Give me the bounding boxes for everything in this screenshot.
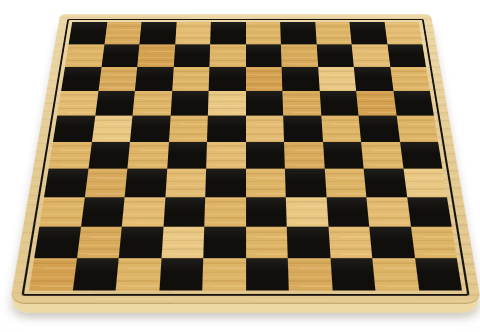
square-r4c3 bbox=[133, 91, 172, 116]
square-r10c4 bbox=[159, 258, 203, 291]
square-r6c6 bbox=[246, 142, 285, 169]
square-r10c1 bbox=[29, 258, 77, 291]
square-r2c5 bbox=[209, 44, 245, 67]
square-r9c1 bbox=[34, 227, 80, 258]
square-r2c1 bbox=[65, 44, 104, 67]
square-r2c2 bbox=[101, 44, 139, 67]
square-r9c2 bbox=[77, 227, 122, 258]
square-r8c6 bbox=[246, 197, 287, 227]
square-r6c7 bbox=[284, 142, 324, 169]
square-r8c7 bbox=[286, 197, 328, 227]
square-r6c1 bbox=[49, 142, 92, 169]
frame-border-line bbox=[21, 19, 469, 296]
square-r7c4 bbox=[165, 169, 206, 197]
square-r1c4 bbox=[175, 22, 211, 44]
square-r5c3 bbox=[130, 116, 170, 142]
square-r9c7 bbox=[287, 227, 330, 258]
square-r1c3 bbox=[139, 22, 176, 44]
square-r3c4 bbox=[172, 67, 210, 91]
square-r9c10 bbox=[410, 227, 456, 258]
square-r2c9 bbox=[352, 44, 390, 67]
square-r4c4 bbox=[170, 91, 208, 116]
square-r10c9 bbox=[372, 258, 418, 291]
square-r7c1 bbox=[44, 169, 88, 197]
square-r2c3 bbox=[137, 44, 175, 67]
square-r5c7 bbox=[283, 116, 322, 142]
square-r1c2 bbox=[104, 22, 141, 44]
square-r7c8 bbox=[324, 169, 366, 197]
square-r10c10 bbox=[414, 258, 462, 291]
square-r1c5 bbox=[210, 22, 245, 44]
square-r9c6 bbox=[246, 227, 288, 258]
square-r5c9 bbox=[358, 116, 399, 142]
square-r5c4 bbox=[169, 116, 208, 142]
square-r9c4 bbox=[161, 227, 204, 258]
square-r1c7 bbox=[280, 22, 316, 44]
square-r6c8 bbox=[323, 142, 364, 169]
square-r5c10 bbox=[396, 116, 438, 142]
square-r7c10 bbox=[403, 169, 447, 197]
square-r9c9 bbox=[369, 227, 414, 258]
square-r6c4 bbox=[167, 142, 207, 169]
square-r3c2 bbox=[98, 67, 137, 91]
square-r8c8 bbox=[326, 197, 369, 227]
square-r6c9 bbox=[361, 142, 403, 169]
square-r6c5 bbox=[206, 142, 245, 169]
square-r9c8 bbox=[328, 227, 372, 258]
square-r3c3 bbox=[135, 67, 173, 91]
square-r5c8 bbox=[321, 116, 361, 142]
square-r5c1 bbox=[53, 116, 95, 142]
square-r1c6 bbox=[246, 22, 281, 44]
square-r10c5 bbox=[202, 258, 245, 291]
square-r6c2 bbox=[88, 142, 130, 169]
square-r3c10 bbox=[390, 67, 430, 91]
square-r2c8 bbox=[316, 44, 354, 67]
square-r10c2 bbox=[72, 258, 118, 291]
square-r8c9 bbox=[366, 197, 410, 227]
square-r7c2 bbox=[84, 169, 127, 197]
square-r3c1 bbox=[61, 67, 101, 91]
square-r8c1 bbox=[39, 197, 84, 227]
square-r4c1 bbox=[57, 91, 98, 116]
square-r5c2 bbox=[92, 116, 133, 142]
square-r8c3 bbox=[122, 197, 165, 227]
square-r7c7 bbox=[285, 169, 326, 197]
square-r9c3 bbox=[119, 227, 163, 258]
square-r3c7 bbox=[282, 67, 320, 91]
square-r4c8 bbox=[319, 91, 358, 116]
square-r2c4 bbox=[173, 44, 210, 67]
square-r1c8 bbox=[315, 22, 352, 44]
square-r10c8 bbox=[330, 258, 375, 291]
square-r6c10 bbox=[400, 142, 443, 169]
square-r7c6 bbox=[246, 169, 286, 197]
square-r10c6 bbox=[246, 258, 289, 291]
square-r3c9 bbox=[354, 67, 393, 91]
photo-background bbox=[0, 0, 480, 332]
square-r2c6 bbox=[246, 44, 282, 67]
square-r4c5 bbox=[208, 91, 246, 116]
square-r4c7 bbox=[282, 91, 320, 116]
checkerboard-grid bbox=[29, 22, 462, 290]
square-r9c5 bbox=[203, 227, 245, 258]
square-r8c5 bbox=[204, 197, 245, 227]
square-r6c3 bbox=[127, 142, 168, 169]
square-r4c6 bbox=[246, 91, 284, 116]
square-r1c9 bbox=[349, 22, 386, 44]
square-r1c1 bbox=[69, 22, 107, 44]
square-r10c7 bbox=[288, 258, 332, 291]
square-r5c6 bbox=[246, 116, 285, 142]
board-top bbox=[10, 14, 480, 304]
square-r4c2 bbox=[95, 91, 135, 116]
square-r3c5 bbox=[209, 67, 246, 91]
square-r2c10 bbox=[387, 44, 426, 67]
square-r4c10 bbox=[393, 91, 434, 116]
square-r7c9 bbox=[364, 169, 407, 197]
square-r5c5 bbox=[207, 116, 246, 142]
square-r8c10 bbox=[407, 197, 452, 227]
square-r8c2 bbox=[81, 197, 125, 227]
square-r1c10 bbox=[384, 22, 422, 44]
square-r3c8 bbox=[318, 67, 356, 91]
square-r10c3 bbox=[116, 258, 161, 291]
square-r2c7 bbox=[281, 44, 318, 67]
square-r7c3 bbox=[125, 169, 167, 197]
square-r3c6 bbox=[246, 67, 283, 91]
square-r4c9 bbox=[356, 91, 396, 116]
square-r8c4 bbox=[163, 197, 205, 227]
square-r7c5 bbox=[205, 169, 245, 197]
